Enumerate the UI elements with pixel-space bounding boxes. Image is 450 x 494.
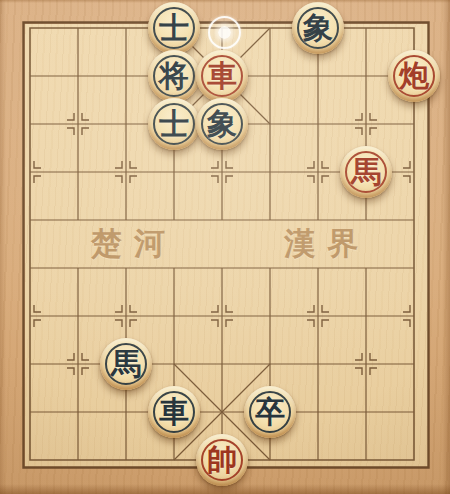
- piece-red-chariot[interactable]: 車: [196, 50, 248, 102]
- piece-glyph: 士: [148, 2, 200, 54]
- piece-black-elephant[interactable]: 象: [292, 2, 344, 54]
- piece-black-advisor[interactable]: 士: [148, 2, 200, 54]
- piece-black-horse[interactable]: 馬: [100, 338, 152, 390]
- xiangqi-board: 楚河 漢界 士象将車炮士象馬馬車卒帥: [0, 0, 450, 494]
- piece-red-horse[interactable]: 馬: [340, 146, 392, 198]
- piece-glyph: 帥: [196, 434, 248, 486]
- piece-glyph: 士: [148, 98, 200, 150]
- piece-glyph: 馬: [100, 338, 152, 390]
- river-label-left: 楚河: [91, 227, 177, 261]
- last-move-marker: [208, 16, 241, 49]
- piece-black-general[interactable]: 将: [148, 50, 200, 102]
- piece-glyph: 炮: [388, 50, 440, 102]
- piece-glyph: 車: [196, 50, 248, 102]
- piece-red-cannon[interactable]: 炮: [388, 50, 440, 102]
- piece-glyph: 象: [196, 98, 248, 150]
- piece-glyph: 将: [148, 50, 200, 102]
- piece-black-elephant[interactable]: 象: [196, 98, 248, 150]
- piece-glyph: 馬: [340, 146, 392, 198]
- piece-black-advisor[interactable]: 士: [148, 98, 200, 150]
- piece-red-general[interactable]: 帥: [196, 434, 248, 486]
- piece-glyph: 象: [292, 2, 344, 54]
- piece-glyph: 車: [148, 386, 200, 438]
- piece-black-soldier[interactable]: 卒: [244, 386, 296, 438]
- piece-glyph: 卒: [244, 386, 296, 438]
- piece-black-chariot[interactable]: 車: [148, 386, 200, 438]
- river-label-right: 漢界: [284, 227, 370, 261]
